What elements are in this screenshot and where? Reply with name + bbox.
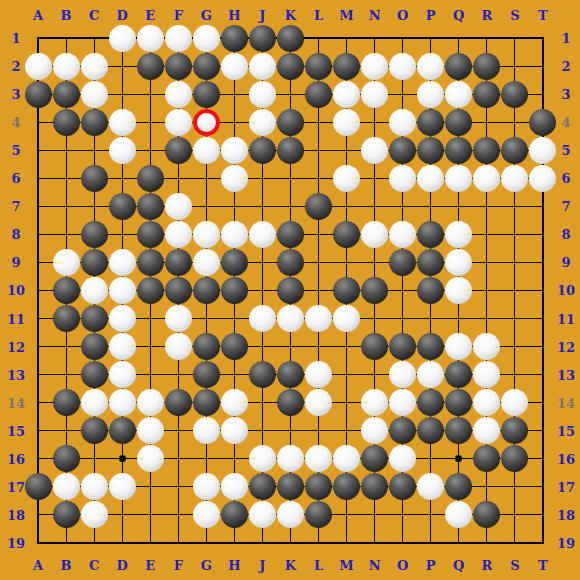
stone-white [221, 389, 248, 416]
stone-white [193, 25, 220, 52]
row-label: 13 [557, 368, 575, 381]
stone-black [445, 473, 472, 500]
stone-white [445, 277, 472, 304]
stone-white [53, 249, 80, 276]
stone-black [305, 473, 332, 500]
column-label: T [538, 9, 548, 22]
column-label: J [259, 559, 265, 572]
stone-black [165, 249, 192, 276]
stone-white [473, 361, 500, 388]
stone-black [417, 277, 444, 304]
row-label: 7 [561, 200, 570, 213]
stone-black [417, 109, 444, 136]
column-label: R [481, 9, 492, 22]
stone-white [221, 53, 248, 80]
stone-black [333, 53, 360, 80]
stone-black [53, 81, 80, 108]
stone-black [445, 361, 472, 388]
stone-black [193, 277, 220, 304]
stone-black [53, 389, 80, 416]
stone-black [389, 473, 416, 500]
stone-black [361, 333, 388, 360]
stone-black [109, 417, 136, 444]
stone-white [193, 417, 220, 444]
stone-black [81, 109, 108, 136]
row-label: 17 [557, 480, 575, 493]
row-label: 19 [557, 536, 575, 549]
column-label: M [339, 559, 353, 572]
stone-black [501, 417, 528, 444]
stone-white [361, 137, 388, 164]
stone-black [137, 165, 164, 192]
column-label: H [228, 559, 240, 572]
stone-white [193, 501, 220, 528]
stone-black [305, 81, 332, 108]
stone-black [501, 81, 528, 108]
row-label: 8 [561, 228, 570, 241]
stone-white [389, 445, 416, 472]
grid-line-horizontal [37, 542, 544, 544]
row-label: 11 [557, 312, 575, 325]
stone-white [221, 165, 248, 192]
stone-black [53, 501, 80, 528]
stone-white [221, 473, 248, 500]
stone-white [501, 165, 528, 192]
row-label: 3 [11, 88, 20, 101]
row-label: 13 [7, 368, 25, 381]
stone-black [277, 137, 304, 164]
stone-white [333, 81, 360, 108]
row-label: 16 [557, 452, 575, 465]
stone-white [361, 417, 388, 444]
stone-white [53, 53, 80, 80]
column-label: D [117, 9, 128, 22]
stone-black [25, 473, 52, 500]
stone-white [417, 473, 444, 500]
stone-white [305, 305, 332, 332]
stone-black [249, 25, 276, 52]
stone-black [53, 445, 80, 472]
stone-black [389, 249, 416, 276]
stone-white [445, 249, 472, 276]
stone-white [81, 277, 108, 304]
row-label: 10 [7, 284, 25, 297]
stone-black [473, 53, 500, 80]
stone-white [389, 221, 416, 248]
stone-white [473, 389, 500, 416]
stone-black [81, 305, 108, 332]
stone-white [361, 389, 388, 416]
stone-white [109, 277, 136, 304]
column-label: A [33, 559, 43, 572]
column-label: C [89, 559, 99, 572]
stone-white [277, 305, 304, 332]
row-label: 18 [557, 508, 575, 521]
stone-black [529, 109, 556, 136]
stone-white [249, 53, 276, 80]
stone-black [81, 417, 108, 444]
stone-white [389, 109, 416, 136]
stone-black [249, 473, 276, 500]
stone-black [277, 53, 304, 80]
stone-white [333, 305, 360, 332]
stone-white [81, 389, 108, 416]
stone-black [277, 221, 304, 248]
row-label: 10 [557, 284, 575, 297]
stone-black [333, 277, 360, 304]
stone-black [389, 137, 416, 164]
stone-white [333, 109, 360, 136]
column-label: C [89, 9, 99, 22]
stone-black [277, 361, 304, 388]
stone-black [277, 473, 304, 500]
stone-white [473, 165, 500, 192]
row-label: 1 [561, 32, 570, 45]
stone-white [389, 165, 416, 192]
column-label: S [510, 9, 519, 22]
stone-black [221, 249, 248, 276]
column-label: P [426, 9, 436, 22]
stone-white [137, 417, 164, 444]
stone-white [361, 221, 388, 248]
stone-black [165, 389, 192, 416]
stone-black [277, 277, 304, 304]
stone-black [473, 501, 500, 528]
stone-white [277, 501, 304, 528]
stone-white [221, 417, 248, 444]
stone-black [417, 137, 444, 164]
row-label: 17 [7, 480, 25, 493]
stone-white [445, 501, 472, 528]
row-label: 5 [561, 144, 570, 157]
column-label: G [201, 559, 212, 572]
column-label: S [510, 559, 519, 572]
stone-black [389, 417, 416, 444]
stone-black [193, 361, 220, 388]
stone-black [193, 81, 220, 108]
stone-black [25, 81, 52, 108]
stone-black [305, 53, 332, 80]
row-label: 2 [11, 60, 20, 73]
stone-black [137, 277, 164, 304]
stone-white [361, 81, 388, 108]
stone-white [109, 389, 136, 416]
stone-black [277, 25, 304, 52]
stone-white [193, 221, 220, 248]
stone-white [473, 333, 500, 360]
stone-black [193, 53, 220, 80]
stone-black [473, 81, 500, 108]
stone-black [501, 445, 528, 472]
stone-white [417, 361, 444, 388]
column-label: M [339, 9, 353, 22]
column-label: P [426, 559, 436, 572]
stone-black [221, 333, 248, 360]
stone-black [137, 193, 164, 220]
row-label: 11 [7, 312, 25, 325]
column-label: L [314, 9, 323, 22]
stone-white [249, 109, 276, 136]
row-label: 4 [561, 116, 570, 129]
stone-white [445, 165, 472, 192]
row-label: 9 [561, 256, 570, 269]
stone-white [165, 81, 192, 108]
stone-black [417, 333, 444, 360]
stone-black [333, 473, 360, 500]
stone-black [473, 137, 500, 164]
row-label: 9 [11, 256, 20, 269]
stone-white [417, 81, 444, 108]
row-label: 14 [557, 396, 575, 409]
stone-white [109, 249, 136, 276]
column-label: G [201, 9, 212, 22]
stone-white [81, 53, 108, 80]
stone-white [193, 137, 220, 164]
stone-white [445, 221, 472, 248]
stone-black [501, 137, 528, 164]
column-label: B [61, 9, 72, 22]
stone-white [165, 25, 192, 52]
column-label: F [174, 559, 183, 572]
stone-white [277, 445, 304, 472]
stone-black [473, 445, 500, 472]
stone-black [249, 361, 276, 388]
stone-black [137, 249, 164, 276]
column-label: N [369, 9, 381, 22]
row-label: 6 [11, 172, 20, 185]
stone-white [389, 389, 416, 416]
stone-white [249, 305, 276, 332]
stone-white [249, 445, 276, 472]
stone-white [445, 333, 472, 360]
column-label: E [145, 559, 155, 572]
stone-white [81, 81, 108, 108]
stone-black [445, 417, 472, 444]
stone-black [361, 277, 388, 304]
column-label: O [397, 9, 408, 22]
column-label: E [145, 9, 155, 22]
row-label: 3 [561, 88, 570, 101]
column-label: F [174, 9, 183, 22]
stone-black [417, 249, 444, 276]
row-label: 1 [11, 32, 20, 45]
stone-white [165, 193, 192, 220]
stone-white [109, 333, 136, 360]
last-move-marker-stone [193, 109, 220, 136]
stone-black [417, 389, 444, 416]
stone-black [165, 137, 192, 164]
stone-black [389, 333, 416, 360]
row-label: 19 [7, 536, 25, 549]
row-label: 14 [7, 396, 25, 409]
stone-white [137, 389, 164, 416]
stone-black [361, 473, 388, 500]
row-label: 16 [7, 452, 25, 465]
stone-white [305, 445, 332, 472]
column-label: R [481, 559, 492, 572]
stone-black [305, 501, 332, 528]
stone-white [165, 305, 192, 332]
stone-white [501, 389, 528, 416]
stone-black [277, 109, 304, 136]
go-board[interactable]: AABBCCDDEEFFGGHHJJKKLLMMNNOOPPQQRRSSTT11… [0, 0, 580, 580]
stone-black [305, 193, 332, 220]
row-label: 15 [7, 424, 25, 437]
stone-white [109, 137, 136, 164]
row-label: 12 [557, 340, 575, 353]
stone-black [165, 53, 192, 80]
stone-black [81, 249, 108, 276]
stone-black [221, 277, 248, 304]
stone-white [193, 249, 220, 276]
stone-black [81, 165, 108, 192]
stone-white [165, 221, 192, 248]
column-label: B [61, 559, 72, 572]
stone-black [417, 221, 444, 248]
stone-black [333, 221, 360, 248]
stone-black [417, 417, 444, 444]
row-label: 7 [11, 200, 20, 213]
stone-black [277, 389, 304, 416]
stone-white [109, 361, 136, 388]
stone-white [529, 137, 556, 164]
stone-black [53, 305, 80, 332]
stone-white [305, 389, 332, 416]
stone-black [193, 389, 220, 416]
row-label: 2 [561, 60, 570, 73]
stone-black [137, 221, 164, 248]
stone-black [445, 389, 472, 416]
stone-white [109, 25, 136, 52]
stone-white [25, 53, 52, 80]
stone-white [81, 501, 108, 528]
column-label: A [33, 9, 43, 22]
stone-black [81, 333, 108, 360]
stone-white [305, 361, 332, 388]
stone-black [109, 193, 136, 220]
stone-white [53, 473, 80, 500]
stone-black [81, 361, 108, 388]
stone-black [249, 137, 276, 164]
column-label: J [259, 9, 265, 22]
stone-white [473, 417, 500, 444]
row-label: 12 [7, 340, 25, 353]
stone-black [221, 501, 248, 528]
row-label: 5 [11, 144, 20, 157]
stone-white [417, 53, 444, 80]
stone-white [249, 81, 276, 108]
column-label: K [285, 559, 296, 572]
column-label: N [369, 559, 381, 572]
stone-black [277, 249, 304, 276]
column-label: Q [453, 559, 464, 572]
stone-white [137, 445, 164, 472]
stone-white [333, 445, 360, 472]
column-label: L [314, 559, 323, 572]
stone-black [53, 109, 80, 136]
stone-white [389, 53, 416, 80]
column-label: H [228, 9, 240, 22]
stone-white [165, 109, 192, 136]
stone-white [109, 305, 136, 332]
stone-white [417, 165, 444, 192]
star-point [119, 455, 126, 462]
row-label: 8 [11, 228, 20, 241]
column-label: D [117, 559, 128, 572]
stone-white [81, 473, 108, 500]
stone-white [361, 53, 388, 80]
stone-white [389, 361, 416, 388]
stone-white [193, 473, 220, 500]
stone-black [221, 25, 248, 52]
stone-white [221, 137, 248, 164]
stone-white [109, 473, 136, 500]
row-label: 6 [561, 172, 570, 185]
stone-black [361, 445, 388, 472]
stone-white [249, 221, 276, 248]
stone-black [81, 221, 108, 248]
stone-white [529, 165, 556, 192]
stone-white [109, 109, 136, 136]
column-label: K [285, 9, 296, 22]
row-label: 15 [557, 424, 575, 437]
stone-black [165, 277, 192, 304]
stone-black [53, 277, 80, 304]
row-label: 18 [7, 508, 25, 521]
star-point [455, 455, 462, 462]
stone-white [333, 165, 360, 192]
stone-white [165, 333, 192, 360]
stone-black [445, 137, 472, 164]
stone-black [445, 109, 472, 136]
column-label: T [538, 559, 548, 572]
stone-white [137, 25, 164, 52]
stone-white [445, 81, 472, 108]
stone-black [445, 53, 472, 80]
row-label: 4 [11, 116, 20, 129]
column-label: Q [453, 9, 464, 22]
stone-white [249, 501, 276, 528]
column-label: O [397, 559, 408, 572]
stone-black [137, 53, 164, 80]
stone-black [193, 333, 220, 360]
stone-white [221, 221, 248, 248]
